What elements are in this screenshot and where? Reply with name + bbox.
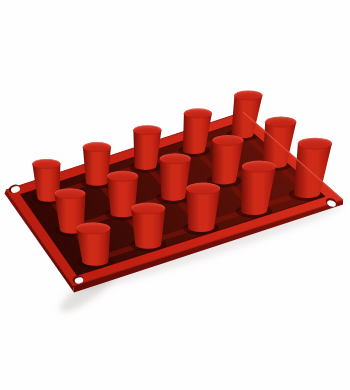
- cone-top-inner: [245, 163, 273, 172]
- cone-top-inner: [57, 191, 82, 199]
- cone-top-inner: [110, 174, 135, 182]
- mold-photo-svg: [0, 0, 350, 390]
- cone-top-inner: [237, 93, 259, 100]
- cone-top-inner: [301, 141, 329, 150]
- cone-top-inner: [79, 225, 107, 234]
- cone-body: [83, 147, 111, 186]
- cone-top-inner: [187, 111, 209, 118]
- cone-top-inner: [189, 185, 217, 194]
- cone-top-inner: [136, 128, 158, 135]
- product-photo-silicone-mold: [0, 0, 350, 390]
- cone-top-inner: [35, 162, 57, 169]
- cone-body: [131, 209, 165, 249]
- cone-top-inner: [268, 119, 293, 127]
- cone-r2c1: [131, 203, 165, 249]
- cone-top-inner: [163, 156, 188, 164]
- cone-top-inner: [86, 145, 108, 152]
- cone-r0c1: [83, 143, 111, 186]
- cone-top-inner: [216, 138, 241, 146]
- cone-top-inner: [134, 205, 162, 214]
